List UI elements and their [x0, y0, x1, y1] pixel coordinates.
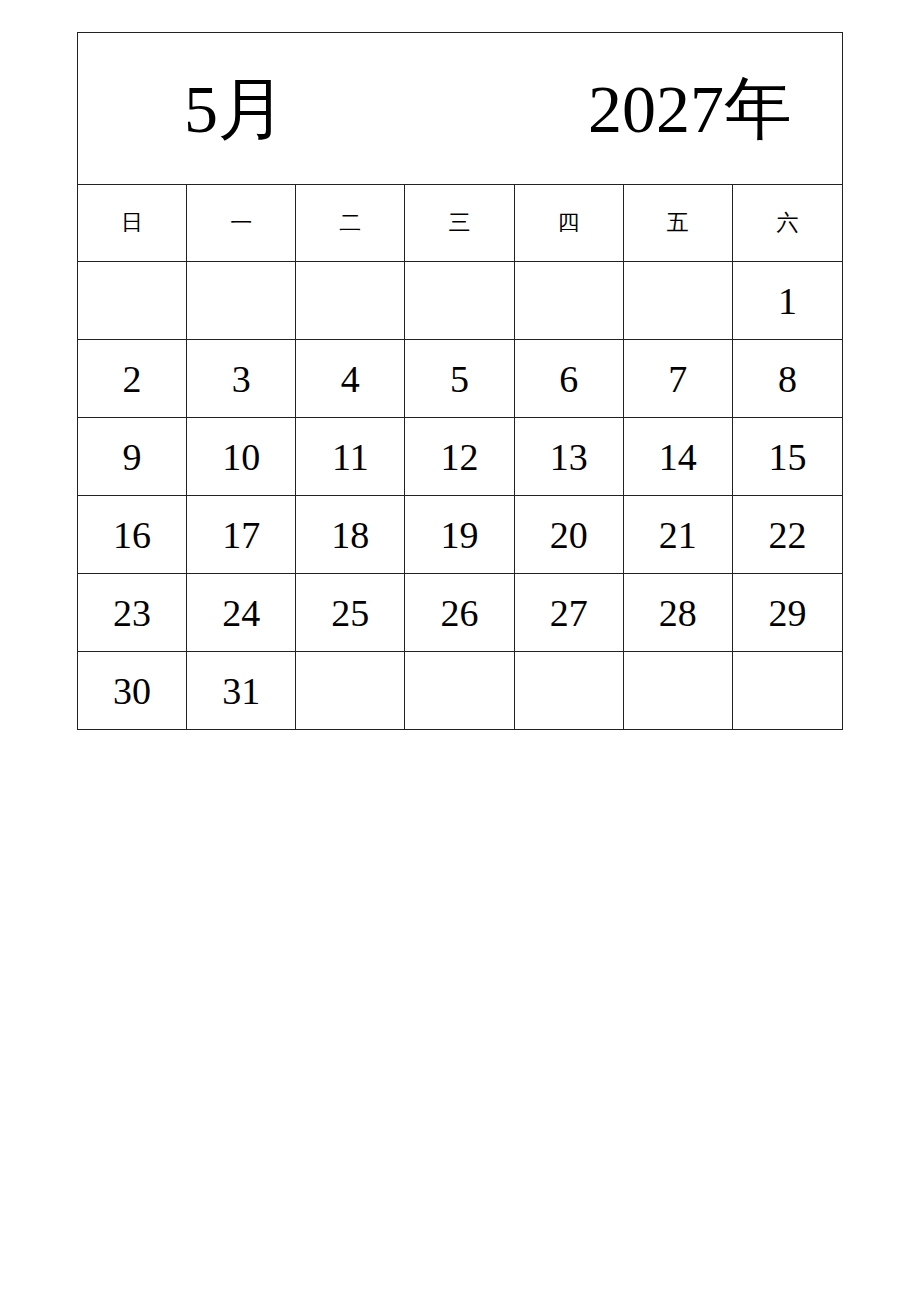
day-cell-1: 1: [733, 262, 842, 340]
day-cell-14: 14: [624, 418, 733, 496]
day-cell-28: 28: [624, 574, 733, 652]
day-cell-31: 31: [187, 652, 296, 729]
day-cell-17: 17: [187, 496, 296, 574]
day-cell-20: 20: [515, 496, 624, 574]
day-cell-26: 26: [405, 574, 514, 652]
weekday-header-sat: 六: [733, 185, 842, 262]
day-cell-empty: [624, 262, 733, 340]
day-cell-empty: [624, 652, 733, 729]
day-cell-empty: [78, 262, 187, 340]
day-cell-5: 5: [405, 340, 514, 418]
day-cell-6: 6: [515, 340, 624, 418]
day-cell-25: 25: [296, 574, 405, 652]
day-cell-23: 23: [78, 574, 187, 652]
weekday-header-wed: 三: [405, 185, 514, 262]
day-cell-8: 8: [733, 340, 842, 418]
day-cell-empty: [405, 262, 514, 340]
day-cell-4: 4: [296, 340, 405, 418]
year-title: 2027年: [588, 75, 792, 143]
day-cell-15: 15: [733, 418, 842, 496]
day-cell-30: 30: [78, 652, 187, 729]
weekday-header-sun: 日: [78, 185, 187, 262]
day-cell-9: 9: [78, 418, 187, 496]
day-cell-29: 29: [733, 574, 842, 652]
weekday-header-tue: 二: [296, 185, 405, 262]
day-cell-empty: [296, 652, 405, 729]
calendar-grid: 日 一 二 三 四 五 六 1 2 3 4 5 6 7 8 9 10: [78, 185, 842, 729]
day-cell-24: 24: [187, 574, 296, 652]
day-cell-16: 16: [78, 496, 187, 574]
day-cell-27: 27: [515, 574, 624, 652]
day-cell-21: 21: [624, 496, 733, 574]
day-cell-empty: [296, 262, 405, 340]
day-cell-18: 18: [296, 496, 405, 574]
day-cell-3: 3: [187, 340, 296, 418]
day-cell-11: 11: [296, 418, 405, 496]
day-cell-empty: [405, 652, 514, 729]
weekday-header-mon: 一: [187, 185, 296, 262]
calendar-title-row: 5月 2027年: [78, 33, 842, 185]
month-title: 5月: [184, 75, 286, 143]
day-cell-empty: [733, 652, 842, 729]
day-cell-10: 10: [187, 418, 296, 496]
day-cell-2: 2: [78, 340, 187, 418]
day-cell-13: 13: [515, 418, 624, 496]
day-cell-empty: [515, 652, 624, 729]
day-cell-7: 7: [624, 340, 733, 418]
calendar: 5月 2027年 日 一 二 三 四 五 六 1 2 3 4 5 6: [77, 32, 843, 730]
calendar-page: 5月 2027年 日 一 二 三 四 五 六 1 2 3 4 5 6: [0, 0, 920, 1302]
weekday-header-fri: 五: [624, 185, 733, 262]
day-cell-empty: [515, 262, 624, 340]
weekday-header-thu: 四: [515, 185, 624, 262]
day-cell-12: 12: [405, 418, 514, 496]
day-cell-22: 22: [733, 496, 842, 574]
day-cell-empty: [187, 262, 296, 340]
day-cell-19: 19: [405, 496, 514, 574]
